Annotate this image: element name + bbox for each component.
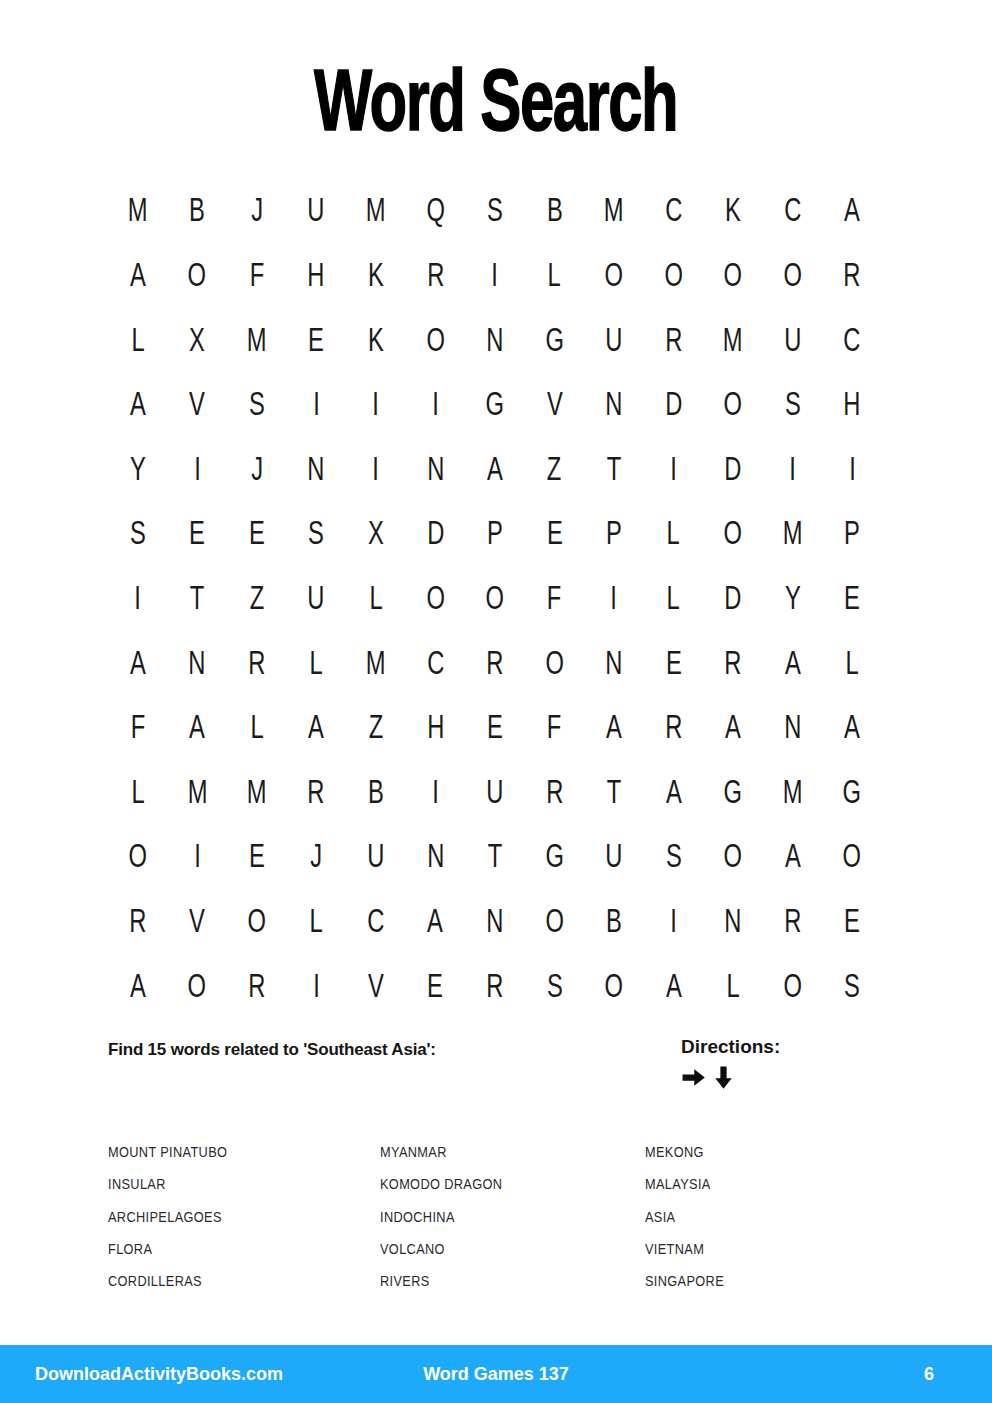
grid-cell[interactable]: I: [822, 436, 882, 501]
grid-cell[interactable]: I: [406, 372, 466, 437]
grid-cell[interactable]: H: [406, 695, 466, 760]
grid-letter: O: [843, 837, 861, 875]
word-text: VIETNAM: [645, 1241, 704, 1257]
footer-website: DownloadActivityBooks.com: [35, 1364, 283, 1385]
grid-letter: O: [545, 644, 563, 682]
grid-letter: R: [486, 644, 503, 682]
grid-cell[interactable]: P: [584, 501, 644, 566]
grid-cell[interactable]: O: [703, 243, 763, 308]
grid-cell[interactable]: L: [227, 695, 287, 760]
grid-letter: A: [130, 967, 146, 1005]
word-text: SINGAPORE: [645, 1273, 724, 1289]
word-text: FLORA: [108, 1241, 152, 1257]
grid-letter: O: [724, 514, 742, 552]
grid-cell[interactable]: L: [703, 953, 763, 1018]
grid-cell[interactable]: C: [346, 889, 406, 954]
grid-letter: L: [310, 644, 323, 682]
grid-cell[interactable]: I: [287, 953, 347, 1018]
grid-letter: O: [426, 579, 444, 617]
grid-cell[interactable]: Z: [346, 695, 406, 760]
grid-cell[interactable]: O: [525, 630, 585, 695]
grid-letter: A: [487, 450, 503, 488]
grid-letter: X: [189, 321, 205, 359]
grid-cell[interactable]: O: [227, 889, 287, 954]
grid-cell[interactable]: N: [584, 372, 644, 437]
grid-cell[interactable]: M: [763, 501, 823, 566]
grid-cell[interactable]: T: [465, 824, 525, 889]
grid-letter: L: [250, 708, 263, 746]
grid-cell[interactable]: L: [346, 566, 406, 631]
grid-cell[interactable]: F: [525, 566, 585, 631]
word-text: MALAYSIA: [645, 1176, 711, 1192]
grid-letter: I: [670, 902, 677, 940]
grid-letter: E: [249, 837, 265, 875]
grid-letter: I: [611, 579, 618, 617]
grid-cell[interactable]: I: [346, 372, 406, 437]
grid-letter: O: [188, 967, 206, 1005]
grid-cell[interactable]: O: [584, 243, 644, 308]
grid-letter: K: [368, 256, 384, 294]
grid-letter: O: [188, 256, 206, 294]
grid-cell[interactable]: R: [644, 695, 704, 760]
grid-cell[interactable]: O: [763, 243, 823, 308]
grid-cell[interactable]: U: [287, 566, 347, 631]
directions-block: Directions:: [681, 1036, 780, 1089]
grid-letter: E: [308, 321, 324, 359]
grid-cell[interactable]: V: [525, 372, 585, 437]
grid-cell[interactable]: I: [168, 436, 228, 501]
grid-cell[interactable]: L: [108, 760, 168, 825]
grid-cell[interactable]: I: [644, 889, 704, 954]
directions-label: Directions:: [681, 1036, 780, 1058]
grid-cell[interactable]: O: [525, 889, 585, 954]
grid-letter: Y: [130, 450, 146, 488]
grid-cell[interactable]: O: [465, 566, 525, 631]
grid-cell[interactable]: C: [406, 630, 466, 695]
grid-letter: B: [189, 191, 205, 229]
grid-cell[interactable]: A: [822, 695, 882, 760]
grid-cell[interactable]: R: [525, 760, 585, 825]
grid-cell[interactable]: L: [108, 307, 168, 372]
grid-cell[interactable]: N: [168, 630, 228, 695]
word-text: ARCHIPELAGOES: [108, 1209, 222, 1225]
word-list-item: ARCHIPELAGOES: [108, 1201, 380, 1233]
grid-cell[interactable]: A: [822, 178, 882, 243]
grid-letter: L: [846, 644, 859, 682]
grid-letter: D: [725, 450, 742, 488]
grid-letter: A: [130, 644, 146, 682]
grid-cell[interactable]: M: [168, 760, 228, 825]
grid-letter: M: [247, 321, 267, 359]
grid-letter: U: [308, 579, 325, 617]
grid-letter: R: [486, 967, 503, 1005]
grid-cell[interactable]: E: [227, 501, 287, 566]
grid-cell[interactable]: O: [168, 953, 228, 1018]
grid-cell[interactable]: S: [525, 953, 585, 1018]
grid-letter: N: [189, 644, 206, 682]
grid-letter: G: [486, 385, 504, 423]
directions-arrows: [681, 1066, 780, 1089]
grid-letter: A: [844, 191, 860, 229]
grid-cell[interactable]: V: [346, 953, 406, 1018]
grid-cell[interactable]: U: [287, 178, 347, 243]
grid-cell[interactable]: S: [822, 953, 882, 1018]
grid-letter: A: [785, 837, 801, 875]
grid-cell[interactable]: A: [465, 436, 525, 501]
grid-letter: J: [251, 450, 263, 488]
grid-cell[interactable]: M: [227, 307, 287, 372]
grid-cell[interactable]: R: [227, 953, 287, 1018]
grid-cell[interactable]: O: [406, 566, 466, 631]
grid-cell[interactable]: N: [406, 436, 466, 501]
grid-cell[interactable]: N: [465, 889, 525, 954]
grid-letter: O: [783, 256, 801, 294]
grid-letter: E: [189, 514, 205, 552]
grid-cell[interactable]: L: [644, 566, 704, 631]
grid-cell[interactable]: A: [168, 695, 228, 760]
grid-letter: R: [427, 256, 444, 294]
grid-letter: O: [724, 385, 742, 423]
grid-letter: U: [605, 321, 622, 359]
grid-cell[interactable]: L: [822, 630, 882, 695]
grid-cell[interactable]: A: [108, 630, 168, 695]
grid-letter: A: [308, 708, 324, 746]
grid-letter: C: [844, 321, 861, 359]
grid-cell[interactable]: V: [168, 889, 228, 954]
grid-cell[interactable]: Y: [763, 566, 823, 631]
grid-cell[interactable]: E: [287, 307, 347, 372]
grid-cell[interactable]: U: [465, 760, 525, 825]
grid-cell[interactable]: J: [227, 178, 287, 243]
grid-letter: I: [194, 450, 201, 488]
grid-letter: L: [131, 321, 144, 359]
grid-cell[interactable]: I: [406, 760, 466, 825]
grid-cell[interactable]: N: [287, 436, 347, 501]
grid-cell[interactable]: L: [525, 243, 585, 308]
grid-cell[interactable]: P: [465, 501, 525, 566]
grid-letter: G: [545, 837, 563, 875]
grid-cell[interactable]: A: [108, 372, 168, 437]
grid-cell[interactable]: A: [703, 695, 763, 760]
grid-cell[interactable]: R: [406, 243, 466, 308]
grid-cell[interactable]: F: [227, 243, 287, 308]
grid-cell[interactable]: J: [287, 824, 347, 889]
grid-cell[interactable]: S: [227, 372, 287, 437]
grid-cell[interactable]: O: [703, 824, 763, 889]
grid-cell[interactable]: A: [108, 243, 168, 308]
grid-letter: Z: [369, 708, 384, 746]
grid-cell[interactable]: I: [108, 566, 168, 631]
grid-cell[interactable]: N: [465, 307, 525, 372]
grid-cell[interactable]: B: [346, 760, 406, 825]
grid-letter: S: [249, 385, 265, 423]
grid-letter: E: [249, 514, 265, 552]
footer: DownloadActivityBooks.com Word Games 137…: [0, 1345, 992, 1403]
grid-cell[interactable]: T: [584, 760, 644, 825]
grid-cell[interactable]: V: [168, 372, 228, 437]
grid-cell[interactable]: O: [108, 824, 168, 889]
grid-cell[interactable]: X: [168, 307, 228, 372]
grid-cell[interactable]: L: [644, 501, 704, 566]
grid-letter: A: [844, 708, 860, 746]
grid-cell[interactable]: L: [287, 630, 347, 695]
grid-cell[interactable]: D: [703, 566, 763, 631]
grid-cell[interactable]: I: [465, 243, 525, 308]
page-title: Word Search: [0, 56, 992, 144]
grid-cell[interactable]: E: [406, 953, 466, 1018]
grid-letter: B: [368, 773, 384, 811]
grid-cell[interactable]: G: [525, 307, 585, 372]
grid-letter: D: [427, 514, 444, 552]
grid-cell[interactable]: F: [525, 695, 585, 760]
grid-letter: I: [789, 450, 796, 488]
grid-letter: I: [849, 450, 856, 488]
grid-letter: V: [368, 967, 384, 1005]
grid-cell[interactable]: O: [584, 953, 644, 1018]
grid-letter: V: [189, 385, 205, 423]
grid-cell[interactable]: B: [168, 178, 228, 243]
grid-letter: T: [190, 579, 205, 617]
grid-letter: I: [194, 837, 201, 875]
grid-letter: L: [548, 256, 561, 294]
grid-cell[interactable]: E: [168, 501, 228, 566]
grid-cell[interactable]: I: [168, 824, 228, 889]
grid-cell[interactable]: A: [287, 695, 347, 760]
word-list-item: KOMODO DRAGON: [380, 1168, 645, 1200]
word-text: KOMODO DRAGON: [380, 1176, 502, 1192]
grid-cell[interactable]: H: [287, 243, 347, 308]
grid-letter: S: [487, 191, 503, 229]
grid-cell[interactable]: G: [525, 824, 585, 889]
grid-letter: A: [130, 385, 146, 423]
grid-cell[interactable]: I: [763, 436, 823, 501]
grid-cell[interactable]: E: [644, 630, 704, 695]
grid-cell[interactable]: H: [822, 372, 882, 437]
grid-cell[interactable]: A: [406, 889, 466, 954]
grid-letter: O: [248, 902, 266, 940]
grid-cell[interactable]: U: [763, 307, 823, 372]
word-list-item: FLORA: [108, 1233, 380, 1265]
grid-cell[interactable]: D: [644, 372, 704, 437]
grid-cell[interactable]: E: [465, 695, 525, 760]
grid-letter: O: [605, 967, 623, 1005]
grid-letter: O: [783, 967, 801, 1005]
grid-cell[interactable]: U: [346, 824, 406, 889]
word-text: INSULAR: [108, 1176, 166, 1192]
grid-cell[interactable]: C: [822, 307, 882, 372]
grid-cell[interactable]: L: [287, 889, 347, 954]
grid-cell[interactable]: K: [346, 307, 406, 372]
grid-cell[interactable]: A: [644, 953, 704, 1018]
grid-cell[interactable]: Z: [525, 436, 585, 501]
word-list-item: SINGAPORE: [645, 1265, 908, 1297]
grid-cell[interactable]: R: [703, 630, 763, 695]
grid-letter: M: [783, 514, 803, 552]
grid-cell[interactable]: R: [108, 889, 168, 954]
grid-letter: R: [665, 321, 682, 359]
word-list-item: MYANMAR: [380, 1136, 645, 1168]
grid-cell[interactable]: S: [763, 372, 823, 437]
grid-cell[interactable]: O: [763, 953, 823, 1018]
grid-letter: N: [725, 902, 742, 940]
word-list-item: RIVERS: [380, 1265, 645, 1297]
grid-cell[interactable]: O: [703, 501, 763, 566]
grid-letter: P: [487, 514, 503, 552]
grid-cell[interactable]: T: [584, 436, 644, 501]
grid-letter: T: [607, 773, 622, 811]
page-title-text: Word Search: [314, 56, 677, 144]
grid-letter: O: [724, 837, 742, 875]
grid-letter: I: [134, 579, 141, 617]
grid-cell[interactable]: R: [465, 953, 525, 1018]
grid-cell[interactable]: Q: [406, 178, 466, 243]
grid-cell[interactable]: G: [822, 760, 882, 825]
grid-cell[interactable]: F: [108, 695, 168, 760]
grid-letter: E: [428, 967, 444, 1005]
grid-cell[interactable]: O: [703, 372, 763, 437]
grid-cell[interactable]: R: [287, 760, 347, 825]
grid-letter: E: [844, 902, 860, 940]
word-list-item: ASIA: [645, 1201, 908, 1233]
grid-letter: O: [605, 256, 623, 294]
grid-letter: N: [605, 385, 622, 423]
grid-cell[interactable]: N: [584, 630, 644, 695]
grid-cell[interactable]: E: [822, 889, 882, 954]
grid-letter: L: [131, 773, 144, 811]
grid-letter: C: [784, 191, 801, 229]
grid-cell[interactable]: I: [644, 436, 704, 501]
grid-cell[interactable]: M: [763, 760, 823, 825]
grid-letter: S: [130, 514, 146, 552]
grid-letter: F: [547, 708, 562, 746]
grid-cell[interactable]: N: [763, 695, 823, 760]
footer-book-title: Word Games 137: [423, 1364, 569, 1385]
grid-letter: C: [367, 902, 384, 940]
grid-cell[interactable]: E: [227, 824, 287, 889]
grid-letter: F: [250, 256, 265, 294]
grid-cell[interactable]: R: [644, 307, 704, 372]
grid-letter: U: [784, 321, 801, 359]
grid-cell[interactable]: D: [703, 436, 763, 501]
grid-cell[interactable]: A: [584, 695, 644, 760]
grid-letter: C: [665, 191, 682, 229]
grid-cell[interactable]: S: [644, 824, 704, 889]
word-list-item: CORDILLERAS: [108, 1265, 380, 1297]
grid-cell[interactable]: C: [644, 178, 704, 243]
grid-cell[interactable]: S: [465, 178, 525, 243]
grid-cell[interactable]: Z: [227, 566, 287, 631]
grid-cell[interactable]: R: [822, 243, 882, 308]
grid-letter: M: [366, 191, 386, 229]
grid-letter: L: [667, 514, 680, 552]
grid-cell[interactable]: U: [584, 307, 644, 372]
grid-cell[interactable]: X: [346, 501, 406, 566]
word-list-item: INSULAR: [108, 1168, 380, 1200]
grid-cell[interactable]: R: [763, 889, 823, 954]
grid-cell[interactable]: N: [703, 889, 763, 954]
grid-letter: L: [310, 902, 323, 940]
grid-cell[interactable]: Y: [108, 436, 168, 501]
grid-cell[interactable]: A: [763, 824, 823, 889]
grid-cell[interactable]: K: [703, 178, 763, 243]
word-text: ASIA: [645, 1209, 675, 1225]
grid-cell[interactable]: I: [346, 436, 406, 501]
grid-cell[interactable]: M: [584, 178, 644, 243]
grid-letter: S: [844, 967, 860, 1005]
grid-cell[interactable]: M: [227, 760, 287, 825]
word-list-item: MALAYSIA: [645, 1168, 908, 1200]
grid-cell[interactable]: J: [227, 436, 287, 501]
grid-cell[interactable]: E: [525, 501, 585, 566]
grid-cell[interactable]: B: [584, 889, 644, 954]
grid-cell[interactable]: T: [168, 566, 228, 631]
word-text: INDOCHINA: [380, 1209, 455, 1225]
word-text: MOUNT PINATUBO: [108, 1144, 227, 1160]
grid-cell[interactable]: M: [346, 178, 406, 243]
grid-cell[interactable]: U: [584, 824, 644, 889]
grid-cell[interactable]: M: [346, 630, 406, 695]
grid-letter: N: [427, 837, 444, 875]
grid-letter: R: [248, 644, 265, 682]
grid-letter: V: [189, 902, 205, 940]
grid-letter: M: [604, 191, 624, 229]
grid-cell[interactable]: P: [822, 501, 882, 566]
grid-letter: H: [844, 385, 861, 423]
grid-cell[interactable]: C: [763, 178, 823, 243]
grid-cell[interactable]: G: [703, 760, 763, 825]
grid-cell[interactable]: M: [703, 307, 763, 372]
grid-cell[interactable]: D: [406, 501, 466, 566]
grid-cell[interactable]: O: [644, 243, 704, 308]
grid-cell[interactable]: A: [644, 760, 704, 825]
grid-letter: M: [128, 191, 148, 229]
grid-cell[interactable]: B: [525, 178, 585, 243]
grid-cell[interactable]: R: [227, 630, 287, 695]
grid-cell[interactable]: N: [406, 824, 466, 889]
grid-letter: M: [366, 644, 386, 682]
grid-cell[interactable]: E: [822, 566, 882, 631]
grid-letter: H: [308, 256, 325, 294]
grid-cell[interactable]: S: [287, 501, 347, 566]
grid-letter: M: [247, 773, 267, 811]
grid-letter: R: [308, 773, 325, 811]
grid-letter: S: [666, 837, 682, 875]
grid-letter: A: [785, 644, 801, 682]
grid-cell[interactable]: M: [108, 178, 168, 243]
grid-letter: P: [844, 514, 860, 552]
grid-letter: B: [547, 191, 563, 229]
footer-page-number: 6: [924, 1364, 934, 1385]
grid-cell[interactable]: O: [822, 824, 882, 889]
grid-cell[interactable]: O: [406, 307, 466, 372]
grid-letter: A: [666, 967, 682, 1005]
grid-cell[interactable]: G: [465, 372, 525, 437]
grid-cell[interactable]: A: [763, 630, 823, 695]
right-arrow-icon: [681, 1066, 706, 1089]
grid-cell[interactable]: S: [108, 501, 168, 566]
grid-cell[interactable]: K: [346, 243, 406, 308]
grid-cell[interactable]: A: [108, 953, 168, 1018]
grid-letter: V: [547, 385, 563, 423]
grid-cell[interactable]: I: [584, 566, 644, 631]
grid-letter: N: [784, 708, 801, 746]
grid-letter: I: [313, 385, 320, 423]
grid-cell[interactable]: O: [168, 243, 228, 308]
grid-letter: O: [129, 837, 147, 875]
grid-cell[interactable]: R: [465, 630, 525, 695]
grid-cell[interactable]: I: [287, 372, 347, 437]
grid-letter: R: [546, 773, 563, 811]
